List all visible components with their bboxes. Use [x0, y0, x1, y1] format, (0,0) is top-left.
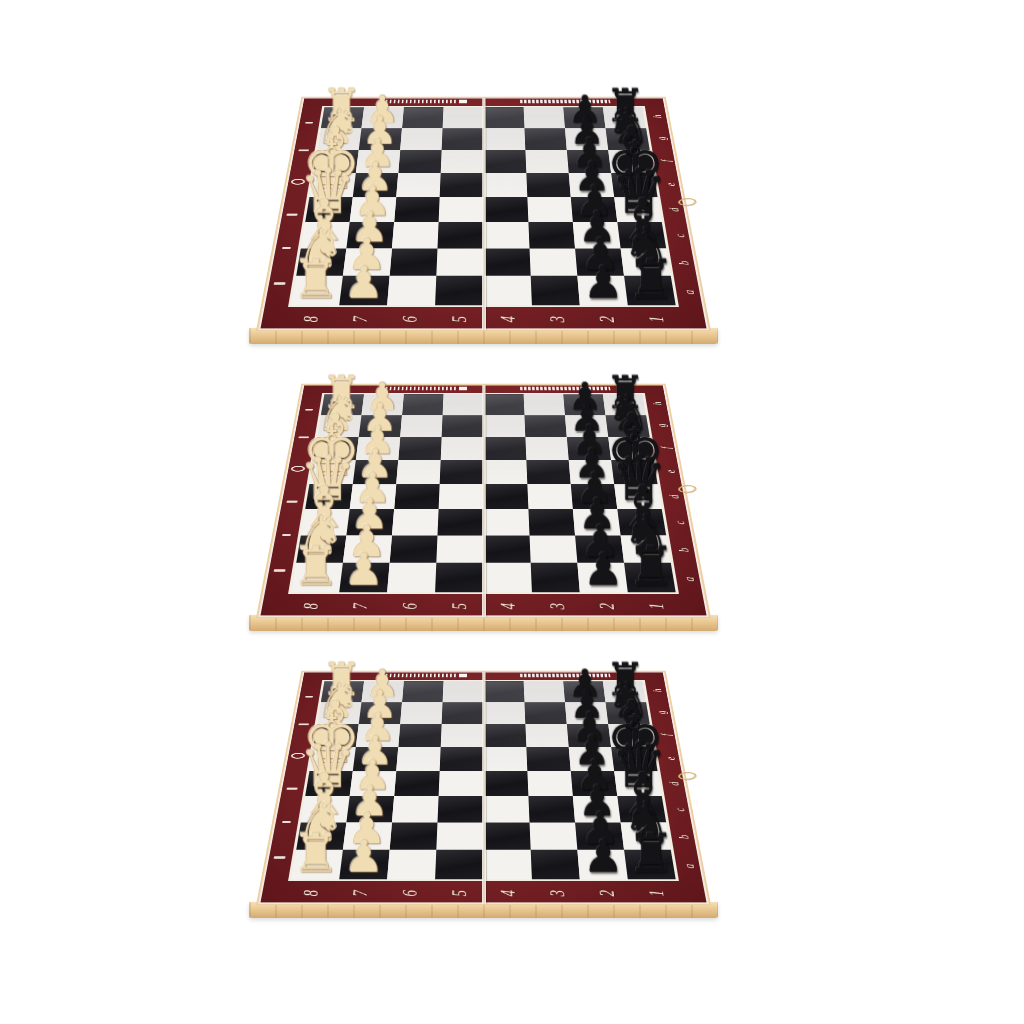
square-g5 [442, 415, 484, 437]
chess-set-middle: ♜♟♟♜♞♟♟♞♝♟♟♝♚♟♟♚♛♟♟♛♝♟♟♝♞♟♟♞♜♟♟♜ 8765432… [256, 344, 711, 631]
square-d5 [439, 197, 484, 222]
rank-label-5: 5 [447, 603, 470, 609]
square-g4 [484, 128, 526, 150]
print-mark [282, 534, 291, 536]
file-label-b: b [676, 835, 693, 839]
square-f6 [398, 437, 441, 460]
file-label-g: g [655, 423, 670, 426]
rank-label-1: 1 [644, 890, 668, 896]
square-c6 [392, 796, 439, 822]
square-a1: ♜ [624, 563, 676, 592]
square-b6 [390, 822, 438, 850]
square-a7: ♟ [339, 563, 389, 592]
square-a3 [530, 850, 579, 879]
square-g3 [524, 702, 566, 724]
chess-set-top: ♜♟♟♜♞♟♟♞♝♟♟♝♚♟♟♚♛♟♟♛♝♟♟♝♞♟♟♞♜♟♟♜ 8765432… [256, 57, 711, 344]
square-e5 [440, 460, 484, 484]
square-d6 [394, 484, 440, 509]
square-g6 [400, 128, 442, 150]
rank-label-8: 8 [299, 316, 323, 322]
square-b5 [437, 822, 484, 850]
fold-hinge-line [482, 672, 486, 904]
square-g6 [400, 702, 442, 724]
file-label-g: g [655, 710, 670, 713]
square-a7: ♟ [339, 276, 389, 305]
black-pawn-a2: ♟ [583, 262, 623, 305]
square-a8: ♜ [291, 276, 343, 305]
file-label-f: f [659, 734, 674, 736]
square-e3 [526, 747, 571, 771]
square-c5 [438, 796, 484, 822]
square-a4 [484, 563, 532, 592]
fold-hinge-line [482, 385, 486, 617]
rank-label-7: 7 [348, 316, 371, 322]
square-c6 [392, 509, 439, 535]
black-pawn-a2: ♟ [583, 836, 623, 879]
file-label-h: h [651, 689, 665, 692]
square-d3 [527, 484, 573, 509]
square-h4 [484, 681, 525, 702]
square-g4 [484, 702, 526, 724]
square-h6 [402, 107, 444, 128]
square-a6 [387, 276, 436, 305]
chess-board: ♜♟♟♜♞♟♟♞♝♟♟♝♚♟♟♚♛♟♟♛♝♟♟♝♞♟♟♞♜♟♟♜ 8765432… [256, 671, 711, 905]
square-c5 [438, 509, 484, 535]
rank-label-3: 3 [546, 316, 569, 322]
square-c3 [528, 222, 575, 248]
square-b6 [390, 248, 438, 276]
white-rook-a8: ♜ [291, 254, 339, 305]
square-f4 [484, 150, 527, 173]
square-h4 [484, 394, 525, 415]
square-a5 [435, 276, 483, 305]
square-b4 [484, 535, 531, 563]
square-f4 [484, 437, 527, 460]
square-g6 [400, 415, 442, 437]
file-label-f: f [659, 160, 674, 162]
square-f5 [441, 437, 484, 460]
square-a6 [387, 563, 436, 592]
square-c5 [438, 222, 484, 248]
rank-label-6: 6 [398, 603, 421, 609]
print-mark [274, 856, 286, 858]
square-a8: ♜ [291, 850, 343, 879]
square-e4 [484, 747, 528, 771]
square-c6 [392, 222, 439, 248]
square-b6 [390, 535, 438, 563]
square-g5 [442, 702, 484, 724]
rank-label-2: 2 [595, 316, 618, 322]
square-f3 [525, 724, 568, 747]
square-e6 [396, 460, 441, 484]
square-d6 [394, 197, 440, 222]
file-label-e: e [663, 183, 678, 186]
chess-board: ♜♟♟♜♞♟♟♞♝♟♟♝♚♟♟♚♛♟♟♛♝♟♟♝♞♟♟♞♜♟♟♜ 8765432… [256, 97, 711, 331]
print-mark [274, 282, 286, 284]
chess-set-bottom: ♜♟♟♜♞♟♟♞♝♟♟♝♚♟♟♚♛♟♟♛♝♟♟♝♞♟♟♞♜♟♟♜ 8765432… [256, 631, 711, 918]
square-f5 [441, 724, 484, 747]
square-a4 [484, 276, 532, 305]
square-f3 [525, 437, 568, 460]
square-e5 [440, 173, 484, 197]
file-label-b: b [676, 261, 693, 265]
rank-label-4: 4 [497, 316, 520, 322]
rank-label-8: 8 [299, 603, 323, 609]
rank-label-7: 7 [348, 603, 371, 609]
black-pawn-a2: ♟ [583, 549, 623, 592]
rank-label-4: 4 [497, 603, 520, 609]
board-stack: ♜♟♟♜♞♟♟♞♝♟♟♝♚♟♟♚♛♟♟♛♝♟♟♝♞♟♟♞♜♟♟♜ 8765432… [256, 57, 711, 918]
white-rook-a8: ♜ [291, 541, 339, 592]
print-mark [282, 247, 291, 249]
square-b3 [529, 248, 577, 276]
file-label-a: a [681, 864, 698, 869]
square-g3 [524, 128, 566, 150]
square-b5 [437, 535, 484, 563]
file-label-h: h [651, 402, 665, 405]
print-mark [274, 569, 286, 571]
square-b3 [529, 822, 577, 850]
file-label-b: b [676, 548, 693, 552]
square-f6 [398, 150, 441, 173]
file-label-e: e [663, 757, 678, 760]
square-d4 [484, 197, 529, 222]
square-d5 [439, 484, 484, 509]
square-a4 [484, 850, 532, 879]
rank-label-3: 3 [546, 603, 569, 609]
square-g3 [524, 415, 566, 437]
rank-label-3: 3 [546, 890, 569, 896]
file-label-g: g [655, 136, 670, 139]
square-f3 [525, 150, 568, 173]
square-f4 [484, 724, 527, 747]
rank-label-6: 6 [398, 890, 421, 896]
square-b3 [529, 535, 577, 563]
square-a5 [435, 850, 483, 879]
square-e6 [396, 173, 441, 197]
square-b4 [484, 248, 531, 276]
square-d3 [527, 771, 573, 796]
square-e3 [526, 173, 571, 197]
square-a3 [530, 563, 579, 592]
square-h4 [484, 107, 525, 128]
fold-hinge-line [482, 98, 486, 330]
file-label-d: d [667, 208, 683, 212]
file-label-h: h [651, 115, 665, 118]
rank-label-1: 1 [644, 603, 668, 609]
square-a3 [530, 276, 579, 305]
square-d5 [439, 771, 484, 796]
white-rook-a8: ♜ [291, 828, 339, 879]
square-e5 [440, 747, 484, 771]
square-d6 [394, 771, 440, 796]
square-a2: ♟ [577, 276, 627, 305]
square-e4 [484, 173, 528, 197]
square-h3 [523, 394, 565, 415]
square-h3 [523, 681, 565, 702]
rank-label-6: 6 [398, 316, 421, 322]
square-g5 [442, 128, 484, 150]
square-c4 [484, 222, 530, 248]
square-a6 [387, 850, 436, 879]
file-label-c: c [672, 234, 688, 238]
rank-label-4: 4 [497, 890, 520, 896]
square-a2: ♟ [577, 563, 627, 592]
square-a8: ♜ [291, 563, 343, 592]
black-rook-a1: ♜ [627, 254, 675, 305]
square-h6 [402, 681, 444, 702]
square-c3 [528, 796, 575, 822]
rank-label-5: 5 [447, 316, 470, 322]
square-h5 [443, 394, 484, 415]
square-a1: ♜ [624, 850, 676, 879]
rank-label-5: 5 [447, 890, 470, 896]
rank-label-2: 2 [595, 890, 618, 896]
square-f5 [441, 150, 484, 173]
square-a2: ♟ [577, 850, 627, 879]
file-label-e: e [663, 470, 678, 473]
file-label-d: d [667, 782, 683, 786]
square-a7: ♟ [339, 850, 389, 879]
square-c4 [484, 796, 530, 822]
square-d4 [484, 771, 529, 796]
black-rook-a1: ♜ [627, 828, 675, 879]
square-h5 [443, 107, 484, 128]
square-g4 [484, 415, 526, 437]
file-label-f: f [659, 447, 674, 449]
file-label-c: c [672, 808, 688, 812]
print-mark [282, 821, 291, 823]
white-pawn-a7: ♟ [343, 836, 383, 879]
square-c4 [484, 509, 530, 535]
rank-label-1: 1 [644, 316, 668, 322]
black-rook-a1: ♜ [627, 541, 675, 592]
file-label-d: d [667, 495, 683, 499]
rank-label-8: 8 [299, 890, 323, 896]
white-pawn-a7: ♟ [343, 549, 383, 592]
file-label-a: a [681, 290, 698, 295]
square-h5 [443, 681, 484, 702]
square-d4 [484, 484, 529, 509]
rank-label-7: 7 [348, 890, 371, 896]
white-pawn-a7: ♟ [343, 262, 383, 305]
file-label-c: c [672, 521, 688, 525]
file-label-a: a [681, 577, 698, 582]
square-c3 [528, 509, 575, 535]
square-b4 [484, 822, 531, 850]
square-d3 [527, 197, 573, 222]
square-h3 [523, 107, 565, 128]
chess-board: ♜♟♟♜♞♟♟♞♝♟♟♝♚♟♟♚♛♟♟♛♝♟♟♝♞♟♟♞♜♟♟♜ 8765432… [256, 384, 711, 618]
square-a5 [435, 563, 483, 592]
square-e3 [526, 460, 571, 484]
square-e4 [484, 460, 528, 484]
square-b5 [437, 248, 484, 276]
square-a1: ♜ [624, 276, 676, 305]
square-f6 [398, 724, 441, 747]
square-e6 [396, 747, 441, 771]
square-h6 [402, 394, 444, 415]
rank-label-2: 2 [595, 603, 618, 609]
